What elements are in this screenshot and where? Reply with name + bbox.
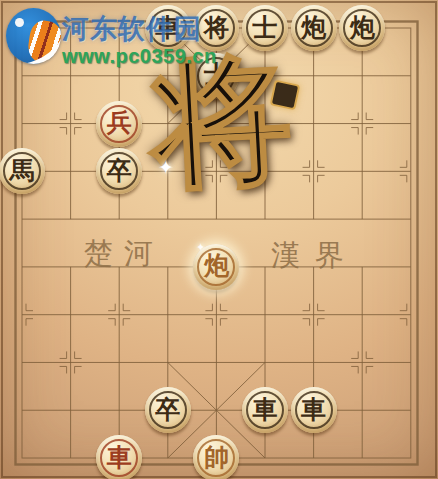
piece-glyph: 車	[253, 393, 278, 426]
piece-glyph: 炮	[350, 11, 375, 44]
piece-black-chariot[interactable]: 車	[291, 387, 337, 433]
piece-glyph: 卒	[107, 154, 132, 187]
piece-black-cannon[interactable]: 炮	[339, 5, 385, 51]
piece-black-advisor[interactable]: 士	[242, 5, 288, 51]
river-label-han-jie: 漢界	[271, 236, 359, 276]
piece-glyph: 帥	[204, 441, 229, 474]
piece-glyph: 士	[204, 58, 229, 91]
piece-glyph: 炮	[301, 11, 326, 44]
piece-black-soldier[interactable]: 卒	[145, 387, 191, 433]
piece-glyph: 馬	[10, 154, 35, 187]
piece-glyph: 車	[301, 393, 326, 426]
piece-black-advisor[interactable]: 士	[193, 53, 239, 99]
river-label-chu-he: 楚河	[84, 234, 164, 274]
piece-black-chariot[interactable]: 車	[242, 387, 288, 433]
piece-black-cannon[interactable]: 炮	[291, 5, 337, 51]
piece-glyph: 車	[107, 441, 132, 474]
piece-red-cannon[interactable]: 炮	[193, 244, 239, 290]
piece-red-soldier[interactable]: 兵	[96, 101, 142, 147]
piece-glyph: 車	[155, 11, 180, 44]
piece-glyph: 将	[204, 11, 229, 44]
piece-red-chariot[interactable]: 車	[96, 435, 142, 479]
piece-glyph: 卒	[155, 393, 180, 426]
piece-glyph: 士	[253, 11, 278, 44]
piece-black-chariot[interactable]: 車	[145, 5, 191, 51]
xiangqi-game-screen: 楚河 漢界 車将士炮炮士兵馬卒炮卒車車車帥 将 ✦ ✦ 河东软件园 www.pc…	[0, 0, 438, 479]
piece-glyph: 兵	[107, 106, 132, 139]
piece-red-general[interactable]: 帥	[193, 435, 239, 479]
piece-glyph: 炮	[204, 249, 229, 282]
